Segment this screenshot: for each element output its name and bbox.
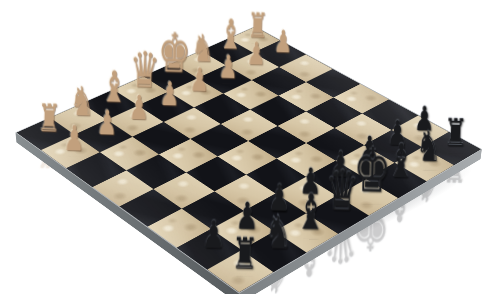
piece-black-knight-g8[interactable]: ♞ — [415, 126, 442, 169]
piece-white-pawn-f2[interactable]: ♟ — [218, 51, 238, 83]
piece-black-rook-h8[interactable]: ♜ — [443, 114, 467, 153]
piece-white-pawn-e2[interactable]: ♟ — [189, 64, 210, 97]
piece-white-pawn-g2[interactable]: ♟ — [246, 38, 266, 70]
chessboard-scene: ♜♞♝♛♚♞♝♜♟♟♟♟♟♟♟♟♟♟♟♟♟♟♟♟♜♞♝♛♚♝♞♜ — [0, 0, 500, 294]
board-squares: ♜♞♝♛♚♞♝♜♟♟♟♟♟♟♟♟♟♟♟♟♟♟♟♟♜♞♝♛♚♝♞♜ — [16, 26, 482, 293]
piece-white-king-e1[interactable]: ♚ — [157, 26, 191, 81]
piece-white-pawn-a2[interactable]: ♟ — [63, 120, 85, 155]
piece-black-knight-b8[interactable]: ♞ — [263, 209, 292, 256]
piece-black-rook-a8[interactable]: ♜ — [230, 232, 258, 276]
piece-white-pawn-d2[interactable]: ♟ — [159, 77, 180, 110]
product-photo-background: { "game": "chess", "image_type": "produc… — [0, 0, 500, 294]
piece-black-queen-d8[interactable]: ♛ — [324, 162, 360, 219]
scene-tilt: ♜♞♝♛♚♞♝♜♟♟♟♟♟♟♟♟♟♟♟♟♟♟♟♟♜♞♝♛♚♝♞♜ — [0, 0, 500, 294]
piece-white-pawn-b2[interactable]: ♟ — [96, 105, 118, 140]
square-f5[interactable] — [278, 112, 335, 144]
piece-white-pawn-c2[interactable]: ♟ — [128, 91, 149, 125]
chess-board: ♜♞♝♛♚♞♝♜♟♟♟♟♟♟♟♟♟♟♟♟♟♟♟♟♜♞♝♛♚♝♞♜ — [16, 26, 482, 293]
piece-black-bishop-c8[interactable]: ♝ — [294, 187, 325, 237]
piece-white-rook-a1[interactable]: ♜ — [37, 99, 61, 138]
piece-white-pawn-h2[interactable]: ♟ — [273, 26, 293, 57]
piece-black-pawn-a7[interactable]: ♟ — [201, 215, 225, 254]
